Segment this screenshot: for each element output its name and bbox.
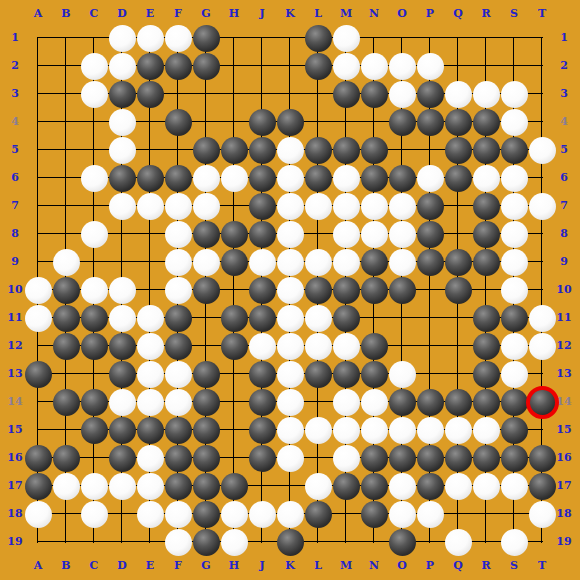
black-stone-M13[interactable] [333,361,360,388]
white-stone-O17[interactable] [389,473,416,500]
white-stone-L7[interactable] [305,193,332,220]
column-label-top-D: D [108,7,136,21]
white-stone-G6[interactable] [193,165,220,192]
white-stone-B17[interactable] [53,473,80,500]
black-stone-H9[interactable] [221,249,248,276]
black-stone-P14[interactable] [417,389,444,416]
white-stone-D11[interactable] [109,305,136,332]
white-stone-R3[interactable] [473,81,500,108]
black-stone-F17[interactable] [165,473,192,500]
white-stone-G7[interactable] [193,193,220,220]
row-label-left-6: 6 [1,171,29,185]
black-stone-Q5[interactable] [445,137,472,164]
black-stone-D12[interactable] [109,333,136,360]
black-stone-L6[interactable] [305,165,332,192]
white-stone-S13[interactable] [501,361,528,388]
white-stone-E18[interactable] [137,501,164,528]
black-stone-L18[interactable] [305,501,332,528]
black-stone-J15[interactable] [249,417,276,444]
column-label-top-C: C [80,7,108,21]
white-stone-T18[interactable] [529,501,556,528]
black-stone-D6[interactable] [109,165,136,192]
column-label-bottom-M: M [332,559,360,573]
white-stone-K5[interactable] [277,137,304,164]
black-stone-M10[interactable] [333,277,360,304]
black-stone-F16[interactable] [165,445,192,472]
white-stone-G9[interactable] [193,249,220,276]
white-stone-F19[interactable] [165,529,192,556]
black-stone-M3[interactable] [333,81,360,108]
column-label-bottom-D: D [108,559,136,573]
white-stone-C17[interactable] [81,473,108,500]
row-label-left-9: 9 [1,255,29,269]
column-label-bottom-B: B [52,559,80,573]
black-stone-J4[interactable] [249,109,276,136]
black-stone-G13[interactable] [193,361,220,388]
white-stone-N7[interactable] [361,193,388,220]
white-stone-E13[interactable] [137,361,164,388]
black-stone-P3[interactable] [417,81,444,108]
row-label-right-10: 10 [550,283,578,297]
row-label-left-8: 8 [1,227,29,241]
white-stone-K7[interactable] [277,193,304,220]
black-stone-S5[interactable] [501,137,528,164]
white-stone-D2[interactable] [109,53,136,80]
white-stone-S3[interactable] [501,81,528,108]
black-stone-R13[interactable] [473,361,500,388]
black-stone-S15[interactable] [501,417,528,444]
white-stone-N15[interactable] [361,417,388,444]
white-stone-M12[interactable] [333,333,360,360]
black-stone-P4[interactable] [417,109,444,136]
black-stone-R14[interactable] [473,389,500,416]
white-stone-K11[interactable] [277,305,304,332]
black-stone-G14[interactable] [193,389,220,416]
white-stone-K9[interactable] [277,249,304,276]
white-stone-E12[interactable] [137,333,164,360]
black-stone-F12[interactable] [165,333,192,360]
black-stone-R11[interactable] [473,305,500,332]
white-stone-M6[interactable] [333,165,360,192]
white-stone-F8[interactable] [165,221,192,248]
black-stone-J13[interactable] [249,361,276,388]
black-stone-J10[interactable] [249,277,276,304]
black-stone-P7[interactable] [417,193,444,220]
column-label-bottom-Q: Q [444,559,472,573]
white-stone-E14[interactable] [137,389,164,416]
black-stone-N6[interactable] [361,165,388,192]
white-stone-P15[interactable] [417,417,444,444]
black-stone-S11[interactable] [501,305,528,332]
black-stone-H5[interactable] [221,137,248,164]
white-stone-M14[interactable] [333,389,360,416]
white-stone-C2[interactable] [81,53,108,80]
white-stone-B9[interactable] [53,249,80,276]
black-stone-G17[interactable] [193,473,220,500]
column-label-top-B: B [52,7,80,21]
white-stone-S7[interactable] [501,193,528,220]
black-stone-G15[interactable] [193,417,220,444]
white-stone-M1[interactable] [333,25,360,52]
white-stone-E1[interactable] [137,25,164,52]
white-stone-F13[interactable] [165,361,192,388]
black-stone-S16[interactable] [501,445,528,472]
white-stone-D14[interactable] [109,389,136,416]
black-stone-J6[interactable] [249,165,276,192]
white-stone-K10[interactable] [277,277,304,304]
black-stone-N18[interactable] [361,501,388,528]
black-stone-B16[interactable] [53,445,80,472]
white-stone-T12[interactable] [529,333,556,360]
column-label-bottom-H: H [220,559,248,573]
black-stone-D16[interactable] [109,445,136,472]
white-stone-E17[interactable] [137,473,164,500]
black-stone-J14[interactable] [249,389,276,416]
white-stone-Q3[interactable] [445,81,472,108]
black-stone-G10[interactable] [193,277,220,304]
black-stone-J16[interactable] [249,445,276,472]
black-stone-E15[interactable] [137,417,164,444]
white-stone-L12[interactable] [305,333,332,360]
white-stone-M8[interactable] [333,221,360,248]
black-stone-J5[interactable] [249,137,276,164]
black-stone-R8[interactable] [473,221,500,248]
black-stone-R9[interactable] [473,249,500,276]
white-stone-O3[interactable] [389,81,416,108]
white-stone-S6[interactable] [501,165,528,192]
black-stone-O16[interactable] [389,445,416,472]
white-stone-Q15[interactable] [445,417,472,444]
black-stone-R4[interactable] [473,109,500,136]
black-stone-J11[interactable] [249,305,276,332]
white-stone-C3[interactable] [81,81,108,108]
black-stone-S14[interactable] [501,389,528,416]
black-stone-T17[interactable] [529,473,556,500]
black-stone-C14[interactable] [81,389,108,416]
white-stone-M15[interactable] [333,417,360,444]
white-stone-D17[interactable] [109,473,136,500]
black-stone-O19[interactable] [389,529,416,556]
black-stone-G2[interactable] [193,53,220,80]
column-label-top-T: T [528,7,556,21]
black-stone-F4[interactable] [165,109,192,136]
black-stone-B12[interactable] [53,333,80,360]
white-stone-A10[interactable] [25,277,52,304]
row-label-right-2: 2 [550,59,578,73]
white-stone-T11[interactable] [529,305,556,332]
white-stone-K14[interactable] [277,389,304,416]
black-stone-O6[interactable] [389,165,416,192]
white-stone-O13[interactable] [389,361,416,388]
black-stone-N10[interactable] [361,277,388,304]
white-stone-H19[interactable] [221,529,248,556]
white-stone-D4[interactable] [109,109,136,136]
black-stone-L2[interactable] [305,53,332,80]
white-stone-F18[interactable] [165,501,192,528]
white-stone-K18[interactable] [277,501,304,528]
black-stone-Q14[interactable] [445,389,472,416]
row-label-left-7: 7 [1,199,29,213]
white-stone-K8[interactable] [277,221,304,248]
black-stone-J7[interactable] [249,193,276,220]
column-label-bottom-L: L [304,559,332,573]
black-stone-O4[interactable] [389,109,416,136]
black-stone-G5[interactable] [193,137,220,164]
black-stone-A17[interactable] [25,473,52,500]
black-stone-C15[interactable] [81,417,108,444]
black-stone-M5[interactable] [333,137,360,164]
row-label-right-15: 15 [550,423,578,437]
white-stone-P2[interactable] [417,53,444,80]
column-label-bottom-S: S [500,559,528,573]
white-stone-F10[interactable] [165,277,192,304]
black-stone-Q6[interactable] [445,165,472,192]
white-stone-J18[interactable] [249,501,276,528]
black-stone-F11[interactable] [165,305,192,332]
black-stone-D15[interactable] [109,417,136,444]
black-stone-E2[interactable] [137,53,164,80]
white-stone-S12[interactable] [501,333,528,360]
black-stone-K19[interactable] [277,529,304,556]
row-label-left-14: 14 [1,395,29,409]
row-label-left-3: 3 [1,87,29,101]
black-stone-R7[interactable] [473,193,500,220]
white-stone-S17[interactable] [501,473,528,500]
black-stone-L10[interactable] [305,277,332,304]
black-stone-B14[interactable] [53,389,80,416]
black-stone-N9[interactable] [361,249,388,276]
black-stone-P17[interactable] [417,473,444,500]
column-label-top-A: A [24,7,52,21]
black-stone-F6[interactable] [165,165,192,192]
black-stone-M17[interactable] [333,473,360,500]
black-stone-P8[interactable] [417,221,444,248]
black-stone-B11[interactable] [53,305,80,332]
white-stone-Q17[interactable] [445,473,472,500]
go-board: AABBCCDDEEFFGGHHJJKKLLMMNNOOPPQQRRSSTT11… [0,0,580,580]
white-stone-C6[interactable] [81,165,108,192]
row-label-left-5: 5 [1,143,29,157]
black-stone-L5[interactable] [305,137,332,164]
white-stone-S19[interactable] [501,529,528,556]
column-label-bottom-O: O [388,559,416,573]
white-stone-A18[interactable] [25,501,52,528]
row-label-right-8: 8 [550,227,578,241]
row-label-left-1: 1 [1,31,29,45]
column-label-bottom-A: A [24,559,52,573]
white-stone-C18[interactable] [81,501,108,528]
black-stone-L13[interactable] [305,361,332,388]
black-stone-G19[interactable] [193,529,220,556]
white-stone-H18[interactable] [221,501,248,528]
white-stone-Q19[interactable] [445,529,472,556]
black-stone-O14[interactable] [389,389,416,416]
white-stone-S8[interactable] [501,221,528,248]
white-stone-J12[interactable] [249,333,276,360]
white-stone-N14[interactable] [361,389,388,416]
column-label-top-L: L [304,7,332,21]
white-stone-F1[interactable] [165,25,192,52]
black-stone-Q4[interactable] [445,109,472,136]
black-stone-E3[interactable] [137,81,164,108]
column-label-bottom-J: J [248,559,276,573]
column-label-bottom-N: N [360,559,388,573]
row-label-right-1: 1 [550,31,578,45]
black-stone-G16[interactable] [193,445,220,472]
column-label-top-S: S [500,7,528,21]
black-stone-D3[interactable] [109,81,136,108]
black-stone-O10[interactable] [389,277,416,304]
column-label-bottom-P: P [416,559,444,573]
white-stone-K6[interactable] [277,165,304,192]
black-stone-L1[interactable] [305,25,332,52]
white-stone-O8[interactable] [389,221,416,248]
white-stone-M9[interactable] [333,249,360,276]
black-stone-N5[interactable] [361,137,388,164]
white-stone-D1[interactable] [109,25,136,52]
black-stone-H12[interactable] [221,333,248,360]
black-stone-A16[interactable] [25,445,52,472]
column-label-bottom-C: C [80,559,108,573]
white-stone-D5[interactable] [109,137,136,164]
white-stone-S10[interactable] [501,277,528,304]
white-stone-O18[interactable] [389,501,416,528]
black-stone-N12[interactable] [361,333,388,360]
column-label-bottom-K: K [276,559,304,573]
white-stone-R17[interactable] [473,473,500,500]
black-stone-N13[interactable] [361,361,388,388]
white-stone-C10[interactable] [81,277,108,304]
black-stone-Q16[interactable] [445,445,472,472]
column-label-top-K: K [276,7,304,21]
row-label-right-4: 4 [550,115,578,129]
white-stone-S4[interactable] [501,109,528,136]
black-stone-R5[interactable] [473,137,500,164]
black-stone-P16[interactable] [417,445,444,472]
white-stone-P6[interactable] [417,165,444,192]
white-stone-P18[interactable] [417,501,444,528]
white-stone-M16[interactable] [333,445,360,472]
black-stone-T16[interactable] [529,445,556,472]
column-label-top-H: H [220,7,248,21]
black-stone-N16[interactable] [361,445,388,472]
white-stone-K15[interactable] [277,417,304,444]
column-label-top-J: J [248,7,276,21]
white-stone-M2[interactable] [333,53,360,80]
white-stone-F7[interactable] [165,193,192,220]
black-stone-M11[interactable] [333,305,360,332]
black-stone-C12[interactable] [81,333,108,360]
white-stone-O7[interactable] [389,193,416,220]
row-label-right-19: 19 [550,535,578,549]
white-stone-E7[interactable] [137,193,164,220]
white-stone-E11[interactable] [137,305,164,332]
black-stone-B10[interactable] [53,277,80,304]
white-stone-C8[interactable] [81,221,108,248]
white-stone-N2[interactable] [361,53,388,80]
column-label-top-M: M [332,7,360,21]
white-stone-F9[interactable] [165,249,192,276]
white-stone-A11[interactable] [25,305,52,332]
black-stone-J8[interactable] [249,221,276,248]
column-label-top-P: P [416,7,444,21]
black-stone-T14[interactable] [529,389,556,416]
column-label-bottom-E: E [136,559,164,573]
white-stone-L17[interactable] [305,473,332,500]
black-stone-A13[interactable] [25,361,52,388]
black-stone-E6[interactable] [137,165,164,192]
column-label-top-E: E [136,7,164,21]
white-stone-H6[interactable] [221,165,248,192]
column-label-top-Q: Q [444,7,472,21]
white-stone-D7[interactable] [109,193,136,220]
row-label-right-3: 3 [550,87,578,101]
black-stone-H8[interactable] [221,221,248,248]
column-label-top-F: F [164,7,192,21]
black-stone-G18[interactable] [193,501,220,528]
white-stone-D10[interactable] [109,277,136,304]
black-stone-G1[interactable] [193,25,220,52]
black-stone-R16[interactable] [473,445,500,472]
black-stone-F2[interactable] [165,53,192,80]
white-stone-T5[interactable] [529,137,556,164]
white-stone-M7[interactable] [333,193,360,220]
row-label-left-4: 4 [1,115,29,129]
black-stone-H11[interactable] [221,305,248,332]
white-stone-O15[interactable] [389,417,416,444]
white-stone-F14[interactable] [165,389,192,416]
black-stone-D13[interactable] [109,361,136,388]
black-stone-F15[interactable] [165,417,192,444]
black-stone-R12[interactable] [473,333,500,360]
black-stone-Q9[interactable] [445,249,472,276]
white-stone-K16[interactable] [277,445,304,472]
column-label-bottom-T: T [528,559,556,573]
row-label-left-2: 2 [1,59,29,73]
white-stone-J9[interactable] [249,249,276,276]
white-stone-O2[interactable] [389,53,416,80]
white-stone-R15[interactable] [473,417,500,444]
white-stone-N8[interactable] [361,221,388,248]
black-stone-N3[interactable] [361,81,388,108]
black-stone-G8[interactable] [193,221,220,248]
white-stone-K13[interactable] [277,361,304,388]
black-stone-K4[interactable] [277,109,304,136]
black-stone-N17[interactable] [361,473,388,500]
black-stone-C11[interactable] [81,305,108,332]
white-stone-S9[interactable] [501,249,528,276]
black-stone-H17[interactable] [221,473,248,500]
row-label-left-19: 19 [1,535,29,549]
column-label-top-O: O [388,7,416,21]
white-stone-L15[interactable] [305,417,332,444]
black-stone-Q10[interactable] [445,277,472,304]
white-stone-K12[interactable] [277,333,304,360]
column-label-bottom-F: F [164,559,192,573]
row-label-right-6: 6 [550,171,578,185]
white-stone-L9[interactable] [305,249,332,276]
column-label-bottom-R: R [472,559,500,573]
white-stone-R6[interactable] [473,165,500,192]
white-stone-O9[interactable] [389,249,416,276]
row-label-right-13: 13 [550,367,578,381]
column-label-top-G: G [192,7,220,21]
black-stone-P9[interactable] [417,249,444,276]
white-stone-E16[interactable] [137,445,164,472]
white-stone-T7[interactable] [529,193,556,220]
row-label-left-15: 15 [1,423,29,437]
white-stone-L11[interactable] [305,305,332,332]
